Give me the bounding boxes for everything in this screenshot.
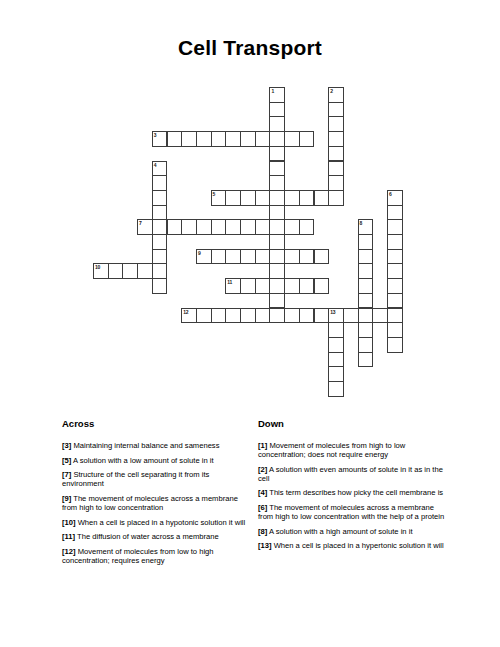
grid-cell[interactable]	[269, 249, 285, 265]
grid-cell[interactable]	[299, 190, 315, 206]
grid-cell[interactable]	[255, 131, 271, 147]
grid-cell[interactable]	[299, 308, 315, 324]
grid-cell[interactable]	[358, 234, 374, 250]
grid-cell[interactable]	[152, 234, 168, 250]
grid-cell[interactable]	[387, 278, 403, 294]
clue-item-number: [10]	[62, 518, 76, 527]
grid-cell[interactable]	[328, 352, 344, 368]
grid-cell[interactable]	[211, 249, 227, 265]
grid-cell[interactable]	[314, 278, 330, 294]
grid-cell[interactable]	[196, 308, 212, 324]
grid-cell[interactable]	[240, 308, 256, 324]
grid-cell[interactable]	[328, 381, 344, 397]
grid-cell[interactable]	[225, 131, 241, 147]
clue-item-number: [4]	[258, 488, 267, 497]
grid-cell[interactable]	[269, 175, 285, 191]
clue-item-number: [12]	[62, 547, 76, 556]
grid-cell[interactable]: 6	[387, 190, 403, 206]
grid-cell[interactable]: 10	[93, 263, 109, 279]
grid-cell[interactable]	[299, 249, 315, 265]
grid-cell[interactable]	[358, 293, 374, 309]
grid-cell[interactable]	[269, 308, 285, 324]
clue-item: [6] The movement of molecules across a m…	[258, 503, 450, 521]
grid-cell[interactable]	[269, 161, 285, 177]
across-header: Across	[62, 418, 250, 429]
grid-cell[interactable]: 7	[137, 219, 153, 235]
grid-cell[interactable]	[122, 263, 138, 279]
grid-cell[interactable]	[328, 337, 344, 353]
grid-cell[interactable]	[299, 278, 315, 294]
clue-item: [5] A solution with a low amount of solu…	[62, 456, 250, 465]
grid-cell[interactable]: 13	[328, 308, 344, 324]
grid-cell[interactable]	[358, 278, 374, 294]
clue-number: 1	[271, 88, 273, 94]
grid-cell[interactable]: 4	[152, 161, 168, 177]
clue-number: 12	[183, 309, 188, 315]
grid-cell[interactable]	[255, 190, 271, 206]
grid-cell[interactable]	[211, 131, 227, 147]
grid-cell[interactable]	[372, 308, 388, 324]
clue-item: [7] Structure of the cell separating it …	[62, 470, 250, 488]
grid-cell[interactable]	[387, 205, 403, 221]
clue-item-number: [2]	[258, 465, 267, 474]
grid-cell[interactable]	[387, 249, 403, 265]
grid-cell[interactable]	[387, 219, 403, 235]
clue-number: 11	[227, 279, 232, 285]
grid-cell[interactable]	[314, 190, 330, 206]
grid-cell[interactable]	[181, 131, 197, 147]
grid-cell[interactable]	[152, 175, 168, 191]
clue-item: [12] Movement of molecules from low to h…	[62, 547, 250, 565]
grid-cell[interactable]	[240, 219, 256, 235]
clue-item: [8] A solution with a high amount of sol…	[258, 527, 450, 536]
clue-item-number: [5]	[62, 456, 71, 465]
grid-cell[interactable]	[387, 234, 403, 250]
clue-number: 6	[389, 191, 391, 197]
grid-cell[interactable]	[108, 263, 124, 279]
grid-cell[interactable]	[225, 249, 241, 265]
clue-item: [13] When a cell is placed in a hyperton…	[258, 541, 450, 550]
grid-cell[interactable]	[181, 219, 197, 235]
clue-item-number: [7]	[62, 470, 71, 479]
grid-cell[interactable]	[314, 249, 330, 265]
grid-cell[interactable]	[328, 116, 344, 132]
grid-cell[interactable]	[269, 234, 285, 250]
grid-cell[interactable]	[284, 131, 300, 147]
grid-cell[interactable]	[284, 278, 300, 294]
grid-cell[interactable]	[358, 337, 374, 353]
grid-cell[interactable]	[167, 219, 183, 235]
grid-cell[interactable]: 1	[269, 87, 285, 103]
grid-cell[interactable]: 9	[196, 249, 212, 265]
grid-cell[interactable]	[196, 131, 212, 147]
grid-cell[interactable]	[284, 249, 300, 265]
grid-cell[interactable]	[328, 102, 344, 118]
grid-cell[interactable]	[255, 278, 271, 294]
grid-cell[interactable]	[387, 263, 403, 279]
grid-cell[interactable]	[240, 278, 256, 294]
grid-cell[interactable]	[152, 205, 168, 221]
grid-cell[interactable]	[225, 308, 241, 324]
grid-cell[interactable]	[328, 146, 344, 162]
across-list: [3] Maintaining internal balance and sam…	[62, 441, 250, 565]
grid-cell[interactable]	[328, 190, 344, 206]
grid-cell[interactable]	[137, 263, 153, 279]
grid-cell[interactable]	[269, 219, 285, 235]
clue-item-number: [11]	[62, 532, 75, 541]
grid-cell[interactable]	[299, 219, 315, 235]
clue-item: [11] The diffusion of water across a mem…	[62, 532, 250, 541]
grid-cell[interactable]: 5	[211, 190, 227, 206]
grid-cell[interactable]	[284, 308, 300, 324]
grid-cell[interactable]: 8	[358, 219, 374, 235]
clue-number: 13	[330, 309, 335, 315]
grid-cell[interactable]	[328, 322, 344, 338]
clue-item: [4] This term describes how picky the ce…	[258, 488, 450, 497]
grid-cell[interactable]	[269, 205, 285, 221]
crossword-grid: 12345678910111213	[93, 87, 404, 398]
grid-cell[interactable]	[240, 131, 256, 147]
grid-cell[interactable]	[255, 308, 271, 324]
grid-cell[interactable]	[358, 308, 374, 324]
grid-cell[interactable]	[255, 219, 271, 235]
grid-cell[interactable]	[299, 131, 315, 147]
clue-item-number: [6]	[258, 503, 267, 512]
grid-cell[interactable]	[225, 190, 241, 206]
grid-cell[interactable]	[269, 116, 285, 132]
grid-cell[interactable]	[240, 249, 256, 265]
clue-item-number: [3]	[62, 441, 71, 450]
clue-number: 9	[198, 250, 200, 256]
grid-cell[interactable]	[284, 190, 300, 206]
grid-cell[interactable]: 2	[328, 87, 344, 103]
clue-item: [10] When a cell is placed in a hypotoni…	[62, 518, 250, 527]
grid-cell[interactable]	[152, 278, 168, 294]
grid-cell[interactable]	[269, 102, 285, 118]
clue-number: 10	[95, 264, 100, 270]
grid-cell[interactable]	[152, 249, 168, 265]
clue-item: [2] A solution with even amounts of solu…	[258, 465, 450, 483]
grid-cell[interactable]	[152, 190, 168, 206]
down-clues-section: Down [1] Movement of molecules from high…	[258, 418, 450, 556]
grid-cell[interactable]: 11	[225, 278, 241, 294]
clue-item-number: [13]	[258, 541, 272, 550]
across-clues-section: Across [3] Maintaining internal balance …	[62, 418, 250, 571]
grid-cell[interactable]	[167, 131, 183, 147]
grid-cell[interactable]	[358, 263, 374, 279]
clue-item: [9] The movement of molecules across a m…	[62, 494, 250, 512]
clue-number: 7	[139, 220, 141, 226]
grid-cell[interactable]	[387, 337, 403, 353]
grid-cell[interactable]	[269, 278, 285, 294]
grid-cell[interactable]	[358, 249, 374, 265]
crossword-worksheet: { "game": "crossword", "page_title": "Ce…	[0, 0, 500, 647]
grid-cell[interactable]	[211, 219, 227, 235]
grid-cell[interactable]	[269, 293, 285, 309]
clue-number: 4	[154, 162, 156, 168]
grid-cell[interactable]	[269, 263, 285, 279]
down-list: [1] Movement of molecules from high to l…	[258, 441, 450, 550]
grid-cell[interactable]: 3	[152, 131, 168, 147]
grid-cell[interactable]	[196, 219, 212, 235]
grid-cell[interactable]	[269, 146, 285, 162]
grid-cell[interactable]	[152, 263, 168, 279]
grid-cell[interactable]	[343, 308, 359, 324]
clue-item: [3] Maintaining internal balance and sam…	[62, 441, 250, 450]
grid-cell[interactable]	[328, 131, 344, 147]
grid-cell[interactable]	[387, 322, 403, 338]
grid-cell[interactable]	[240, 190, 256, 206]
clue-item-number: [8]	[258, 527, 267, 536]
grid-cell[interactable]	[328, 161, 344, 177]
clue-number: 3	[154, 132, 156, 138]
grid-cell[interactable]	[358, 352, 374, 368]
grid-cell[interactable]	[328, 175, 344, 191]
grid-cell[interactable]	[225, 219, 241, 235]
grid-cell[interactable]	[358, 322, 374, 338]
grid-cell[interactable]	[255, 249, 271, 265]
clue-item: [1] Movement of molecules from high to l…	[258, 441, 450, 459]
grid-cell[interactable]	[328, 366, 344, 382]
grid-cell[interactable]	[211, 308, 227, 324]
clue-number: 2	[330, 88, 332, 94]
grid-cell[interactable]	[314, 308, 330, 324]
grid-cell[interactable]	[269, 131, 285, 147]
down-header: Down	[258, 418, 450, 429]
clue-number: 5	[213, 191, 215, 197]
grid-cell[interactable]	[387, 293, 403, 309]
grid-cell[interactable]	[387, 308, 403, 324]
clue-item-number: [1]	[258, 441, 267, 450]
grid-cell[interactable]	[152, 219, 168, 235]
grid-cell[interactable]: 12	[181, 308, 197, 324]
page-title: Cell Transport	[0, 36, 500, 60]
grid-cell[interactable]	[269, 190, 285, 206]
clue-item-number: [9]	[62, 494, 71, 503]
grid-cell[interactable]	[284, 219, 300, 235]
clue-number: 8	[360, 220, 362, 226]
